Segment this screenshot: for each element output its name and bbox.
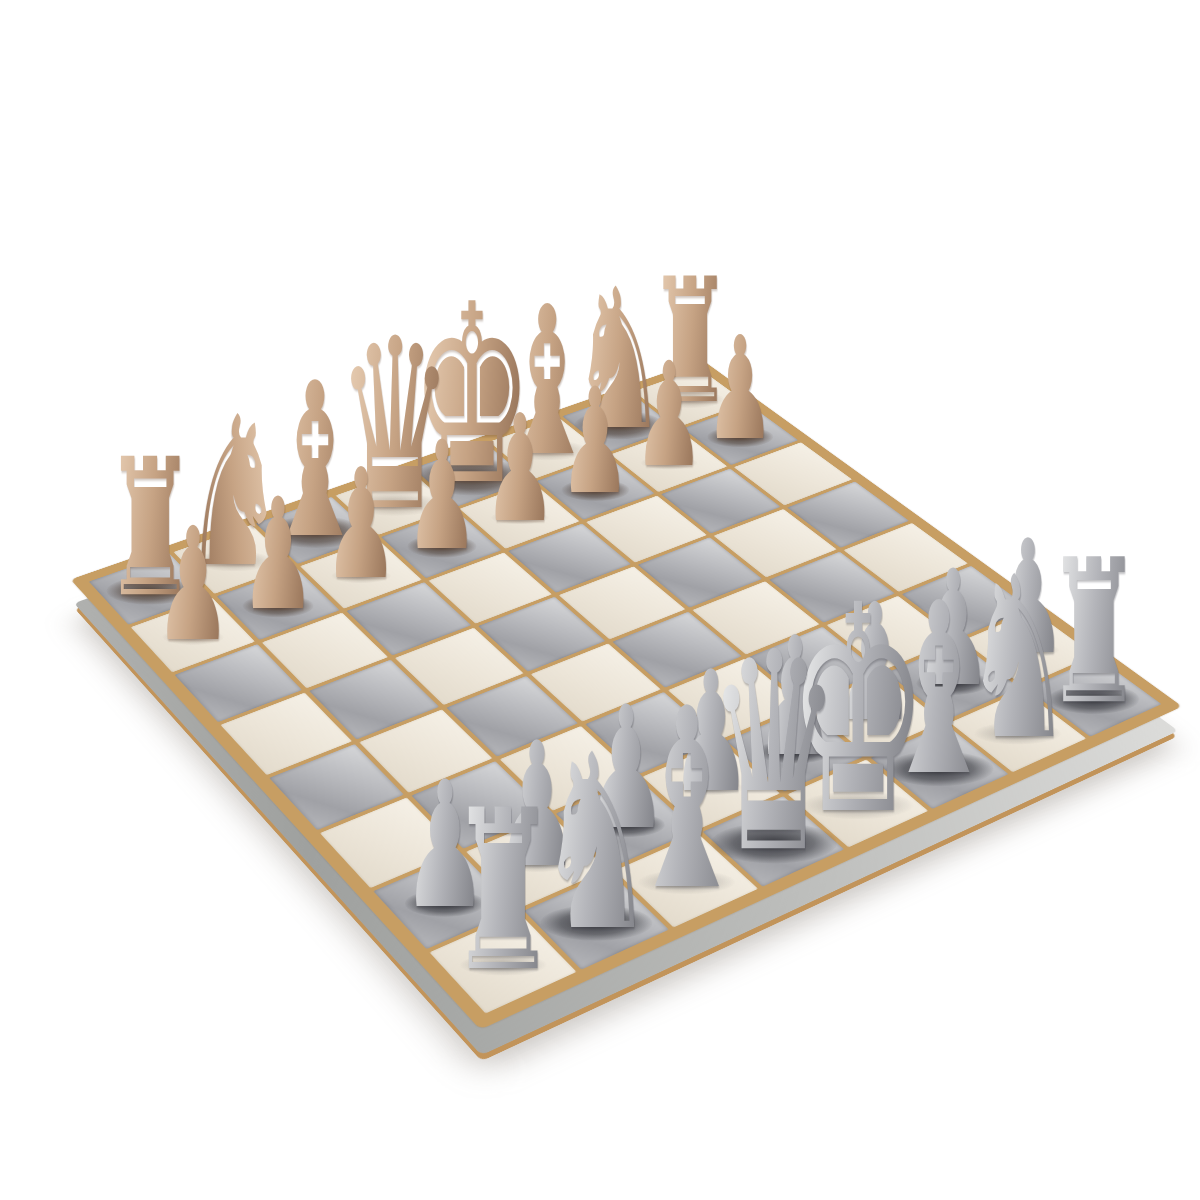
piece-wood-pawn-c7: ♟: [324, 449, 399, 601]
piece-silver-rook-a1: ♜: [448, 781, 557, 1003]
piece-wood-pawn-d7: ♟: [405, 421, 479, 571]
piece-wood-pawn-f7: ♟: [559, 368, 631, 514]
piece-wood-pawn-b7: ♟: [240, 477, 316, 631]
piece-wood-pawn-e7: ♟: [483, 394, 556, 542]
scene: ♜♞♝♛♚♝♞♜♟♟♟♟♟♟♟♟♟♟♟♟♟♟♟♟♜♞♝♛♚♝♞♜: [0, 0, 1200, 1200]
piece-wood-pawn-g7: ♟: [633, 343, 704, 487]
piece-wood-pawn-a7: ♟: [154, 507, 231, 663]
piece-wood-pawn-h7: ♟: [705, 318, 775, 460]
